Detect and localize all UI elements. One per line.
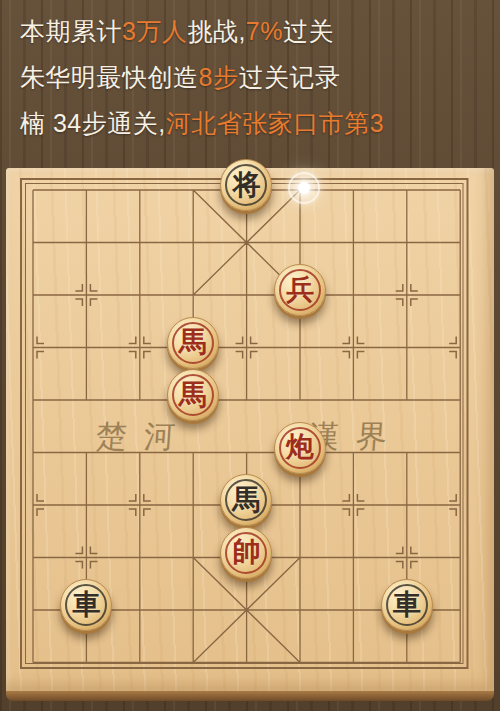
stats-line-participants: 本期累计3万人挑战,7%过关 (20, 8, 496, 54)
piece-red-cannon[interactable]: 炮 (274, 422, 326, 474)
xiangqi-board[interactable]: 楚河 漢界 将兵馬馬炮馬帥車車 (6, 168, 494, 691)
stats-text: 本期累计 (20, 17, 122, 45)
piece-glyph: 将 (232, 171, 260, 200)
latest-pass-text: 楠 34步通关, (20, 109, 166, 137)
record-holder-text: 朱华明最快创造 (20, 63, 199, 91)
piece-glyph: 馬 (179, 328, 207, 357)
piece-glyph: 車 (393, 591, 421, 620)
piece-glyph: 車 (72, 591, 100, 620)
piece-layer: 将兵馬馬炮馬帥車車 (6, 164, 487, 689)
stats-pass-rate: 7% (246, 17, 283, 45)
last-move-sparkle (288, 172, 320, 204)
piece-glyph: 馬 (179, 381, 207, 410)
piece-glyph: 兵 (286, 276, 314, 305)
piece-glyph: 馬 (232, 486, 260, 515)
piece-red-general[interactable]: 帥 (220, 527, 272, 579)
stats-participant-count: 3万人 (122, 17, 187, 45)
record-steps: 8步 (199, 63, 239, 91)
board-bottom-edge (6, 691, 494, 701)
piece-black-chariot[interactable]: 車 (381, 579, 433, 631)
stats-line-latest-pass: 楠 34步通关,河北省张家口市第3 (20, 100, 496, 146)
piece-red-horse[interactable]: 馬 (167, 317, 219, 369)
piece-black-chariot[interactable]: 車 (60, 579, 112, 631)
piece-black-general[interactable]: 将 (220, 159, 272, 211)
piece-black-horse[interactable]: 馬 (220, 474, 272, 526)
challenge-stats-panel: 本期累计3万人挑战,7%过关 朱华明最快创造8步过关记录 楠 34步通关,河北省… (20, 8, 496, 146)
piece-red-horse[interactable]: 馬 (167, 369, 219, 421)
stats-text: 过关 (283, 17, 334, 45)
record-suffix-text: 过关记录 (238, 63, 340, 91)
latest-pass-location: 河北省张家口市第3 (166, 109, 384, 137)
piece-glyph: 炮 (286, 433, 314, 462)
piece-glyph: 帥 (232, 538, 260, 567)
stats-line-record: 朱华明最快创造8步过关记录 (20, 54, 496, 100)
piece-red-soldier[interactable]: 兵 (274, 264, 326, 316)
stats-text: 挑战, (187, 17, 245, 45)
